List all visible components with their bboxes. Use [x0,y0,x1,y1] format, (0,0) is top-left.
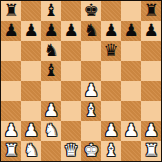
square-e5[interactable] [81,61,101,81]
square-e4[interactable]: ♟ [81,81,101,101]
white-pawn[interactable]: ♟ [143,121,158,140]
black-queen[interactable]: ♛ [103,41,118,60]
white-queen[interactable]: ♛ [63,141,78,160]
square-f6[interactable]: ♛ [101,41,121,61]
square-b2[interactable]: ♟ [21,121,41,141]
square-g1[interactable] [121,141,141,161]
black-pawn[interactable]: ♟ [143,21,158,40]
white-rook[interactable]: ♜ [143,141,158,160]
square-e1[interactable]: ♚ [81,141,101,161]
black-knight[interactable]: ♞ [83,21,98,40]
square-f7[interactable]: ♟ [101,21,121,41]
square-a3[interactable] [1,101,21,121]
black-pawn[interactable]: ♟ [103,21,118,40]
black-pawn[interactable]: ♟ [123,21,138,40]
square-c7[interactable]: ♟ [41,21,61,41]
square-h4[interactable] [141,81,161,101]
white-pawn[interactable]: ♟ [123,121,138,140]
white-pawn[interactable]: ♟ [3,121,18,140]
square-e2[interactable] [81,121,101,141]
square-c8[interactable]: ♝ [41,1,61,21]
square-f5[interactable] [101,61,121,81]
black-rook[interactable]: ♜ [3,1,18,20]
white-knight[interactable]: ♞ [43,121,58,140]
square-e7[interactable]: ♞ [81,21,101,41]
square-c1[interactable] [41,141,61,161]
square-b3[interactable] [21,101,41,121]
square-f4[interactable] [101,81,121,101]
square-b6[interactable] [21,41,41,61]
square-b7[interactable]: ♟ [21,21,41,41]
square-e3[interactable]: ♝ [81,101,101,121]
square-c4[interactable] [41,81,61,101]
square-e8[interactable]: ♚ [81,1,101,21]
square-f3[interactable] [101,101,121,121]
square-d3[interactable] [61,101,81,121]
white-king[interactable]: ♚ [83,141,98,160]
square-f1[interactable]: ♝ [101,141,121,161]
square-e6[interactable] [81,41,101,61]
black-king[interactable]: ♚ [83,1,98,20]
square-h6[interactable] [141,41,161,61]
square-g7[interactable]: ♟ [121,21,141,41]
square-g2[interactable]: ♟ [121,121,141,141]
square-g6[interactable] [121,41,141,61]
white-bishop[interactable]: ♝ [103,141,118,160]
white-pawn[interactable]: ♟ [23,121,38,140]
square-h2[interactable]: ♟ [141,121,161,141]
black-knight[interactable]: ♞ [43,41,58,60]
square-b5[interactable] [21,61,41,81]
square-c3[interactable]: ♟ [41,101,61,121]
black-bishop[interactable]: ♝ [43,61,58,80]
square-a5[interactable] [1,61,21,81]
white-rook[interactable]: ♜ [3,141,18,160]
white-bishop[interactable]: ♝ [83,101,98,120]
square-b1[interactable]: ♞ [21,141,41,161]
square-a8[interactable]: ♜ [1,1,21,21]
square-g3[interactable] [121,101,141,121]
white-pawn[interactable]: ♟ [83,81,98,100]
square-d5[interactable] [61,61,81,81]
chess-board: ♜♝♚♜♟♟♟♟♞♟♟♟♞♛♝♟♟♝♟♟♞♟♟♟♜♞♛♚♝♜ [0,0,162,162]
black-pawn[interactable]: ♟ [43,21,58,40]
square-h1[interactable]: ♜ [141,141,161,161]
black-pawn[interactable]: ♟ [63,21,78,40]
square-d4[interactable] [61,81,81,101]
square-a4[interactable] [1,81,21,101]
square-g4[interactable] [121,81,141,101]
square-a2[interactable]: ♟ [1,121,21,141]
square-g5[interactable] [121,61,141,81]
white-pawn[interactable]: ♟ [103,121,118,140]
square-c5[interactable]: ♝ [41,61,61,81]
black-pawn[interactable]: ♟ [23,21,38,40]
square-a7[interactable]: ♟ [1,21,21,41]
square-b4[interactable] [21,81,41,101]
square-d2[interactable] [61,121,81,141]
square-c6[interactable]: ♞ [41,41,61,61]
white-knight[interactable]: ♞ [23,141,38,160]
square-h8[interactable]: ♜ [141,1,161,21]
black-bishop[interactable]: ♝ [43,1,58,20]
black-pawn[interactable]: ♟ [3,21,18,40]
square-d1[interactable]: ♛ [61,141,81,161]
square-b8[interactable] [21,1,41,21]
square-f8[interactable] [101,1,121,21]
square-d8[interactable] [61,1,81,21]
square-a6[interactable] [1,41,21,61]
chess-board-container: ♜♝♚♜♟♟♟♟♞♟♟♟♞♛♝♟♟♝♟♟♞♟♟♟♜♞♛♚♝♜ [0,0,162,162]
square-h7[interactable]: ♟ [141,21,161,41]
black-rook[interactable]: ♜ [143,1,158,20]
square-h3[interactable] [141,101,161,121]
white-pawn[interactable]: ♟ [43,101,58,120]
square-h5[interactable] [141,61,161,81]
square-d6[interactable] [61,41,81,61]
square-c2[interactable]: ♞ [41,121,61,141]
square-f2[interactable]: ♟ [101,121,121,141]
square-d7[interactable]: ♟ [61,21,81,41]
square-g8[interactable] [121,1,141,21]
square-a1[interactable]: ♜ [1,141,21,161]
